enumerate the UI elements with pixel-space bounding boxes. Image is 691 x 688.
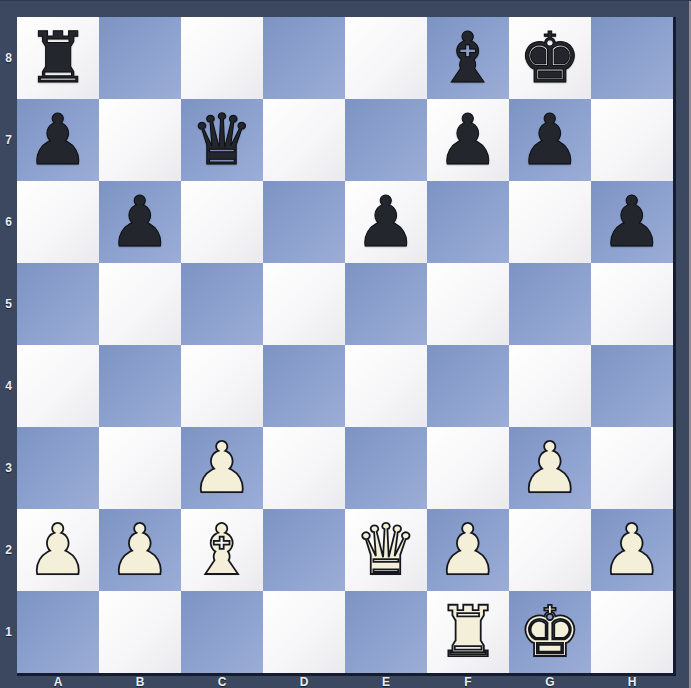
square-c5[interactable]	[181, 263, 263, 345]
square-a3[interactable]	[17, 427, 99, 509]
square-c6[interactable]	[181, 181, 263, 263]
square-g5[interactable]	[509, 263, 591, 345]
square-a2[interactable]: ♟	[17, 509, 99, 591]
square-f6[interactable]	[427, 181, 509, 263]
white-pawn[interactable]: ♟	[519, 427, 582, 509]
square-e1[interactable]	[345, 591, 427, 673]
black-pawn[interactable]: ♟	[519, 99, 582, 181]
square-a5[interactable]	[17, 263, 99, 345]
square-b4[interactable]	[99, 345, 181, 427]
square-d5[interactable]	[263, 263, 345, 345]
square-d1[interactable]	[263, 591, 345, 673]
black-king[interactable]: ♚	[519, 17, 582, 99]
white-pawn[interactable]: ♟	[109, 509, 172, 591]
rank-label-5: 5	[0, 263, 17, 345]
white-pawn[interactable]: ♟	[191, 427, 254, 509]
square-c4[interactable]	[181, 345, 263, 427]
square-g4[interactable]	[509, 345, 591, 427]
white-pawn[interactable]: ♟	[601, 509, 664, 591]
square-g2[interactable]	[509, 509, 591, 591]
file-label-h: H	[591, 676, 673, 688]
square-b2[interactable]: ♟	[99, 509, 181, 591]
square-b5[interactable]	[99, 263, 181, 345]
white-pawn[interactable]: ♟	[27, 509, 90, 591]
square-b7[interactable]	[99, 99, 181, 181]
square-h8[interactable]	[591, 17, 673, 99]
black-pawn[interactable]: ♟	[437, 99, 500, 181]
square-g8[interactable]: ♚	[509, 17, 591, 99]
square-f7[interactable]: ♟	[427, 99, 509, 181]
square-h5[interactable]	[591, 263, 673, 345]
chess-board: ♜♝♚♟♛♟♟♟♟♟♟♟♟♟♝♛♟♟♜♚	[17, 17, 676, 676]
square-f8[interactable]: ♝	[427, 17, 509, 99]
square-e7[interactable]	[345, 99, 427, 181]
square-e8[interactable]	[345, 17, 427, 99]
square-b6[interactable]: ♟	[99, 181, 181, 263]
square-f1[interactable]: ♜	[427, 591, 509, 673]
square-h2[interactable]: ♟	[591, 509, 673, 591]
square-g3[interactable]: ♟	[509, 427, 591, 509]
file-label-a: A	[17, 676, 99, 688]
chess-diagram: ♜♝♚♟♛♟♟♟♟♟♟♟♟♟♝♛♟♟♜♚ 87654321 ABCDEFGH	[0, 0, 691, 688]
square-f3[interactable]	[427, 427, 509, 509]
square-c7[interactable]: ♛	[181, 99, 263, 181]
square-d2[interactable]	[263, 509, 345, 591]
square-a4[interactable]	[17, 345, 99, 427]
square-h6[interactable]: ♟	[591, 181, 673, 263]
file-label-c: C	[181, 676, 263, 688]
square-f5[interactable]	[427, 263, 509, 345]
square-c3[interactable]: ♟	[181, 427, 263, 509]
black-pawn[interactable]: ♟	[27, 99, 90, 181]
white-bishop[interactable]: ♝	[191, 509, 254, 591]
black-pawn[interactable]: ♟	[601, 181, 664, 263]
rank-label-2: 2	[0, 509, 17, 591]
square-f2[interactable]: ♟	[427, 509, 509, 591]
square-a1[interactable]	[17, 591, 99, 673]
square-c2[interactable]: ♝	[181, 509, 263, 591]
square-h4[interactable]	[591, 345, 673, 427]
square-d3[interactable]	[263, 427, 345, 509]
square-d6[interactable]	[263, 181, 345, 263]
square-e5[interactable]	[345, 263, 427, 345]
square-b1[interactable]	[99, 591, 181, 673]
rank-labels: 87654321	[0, 17, 17, 673]
rank-label-6: 6	[0, 181, 17, 263]
square-c1[interactable]	[181, 591, 263, 673]
rank-label-3: 3	[0, 427, 17, 509]
rank-label-7: 7	[0, 99, 17, 181]
black-pawn[interactable]: ♟	[109, 181, 172, 263]
square-a8[interactable]: ♜	[17, 17, 99, 99]
black-bishop[interactable]: ♝	[437, 17, 500, 99]
file-label-d: D	[263, 676, 345, 688]
square-d7[interactable]	[263, 99, 345, 181]
square-b3[interactable]	[99, 427, 181, 509]
square-f4[interactable]	[427, 345, 509, 427]
square-g1[interactable]: ♚	[509, 591, 591, 673]
square-a6[interactable]	[17, 181, 99, 263]
square-g7[interactable]: ♟	[509, 99, 591, 181]
square-g6[interactable]	[509, 181, 591, 263]
file-label-g: G	[509, 676, 591, 688]
file-labels: ABCDEFGH	[17, 676, 673, 688]
file-label-b: B	[99, 676, 181, 688]
rank-label-1: 1	[0, 591, 17, 673]
square-h3[interactable]	[591, 427, 673, 509]
square-e3[interactable]	[345, 427, 427, 509]
rank-label-4: 4	[0, 345, 17, 427]
square-e4[interactable]	[345, 345, 427, 427]
file-label-f: F	[427, 676, 509, 688]
white-pawn[interactable]: ♟	[437, 509, 500, 591]
square-e6[interactable]: ♟	[345, 181, 427, 263]
square-e2[interactable]: ♛	[345, 509, 427, 591]
black-rook[interactable]: ♜	[27, 17, 90, 99]
square-c8[interactable]	[181, 17, 263, 99]
rank-label-8: 8	[0, 17, 17, 99]
black-queen[interactable]: ♛	[191, 99, 254, 181]
white-rook[interactable]: ♜	[437, 591, 500, 673]
white-king[interactable]: ♚	[519, 591, 582, 673]
square-a7[interactable]: ♟	[17, 99, 99, 181]
square-h1[interactable]	[591, 591, 673, 673]
square-h7[interactable]	[591, 99, 673, 181]
square-b8[interactable]	[99, 17, 181, 99]
white-queen[interactable]: ♛	[355, 509, 418, 591]
black-pawn[interactable]: ♟	[355, 181, 418, 263]
file-label-e: E	[345, 676, 427, 688]
square-d8[interactable]	[263, 17, 345, 99]
square-d4[interactable]	[263, 345, 345, 427]
